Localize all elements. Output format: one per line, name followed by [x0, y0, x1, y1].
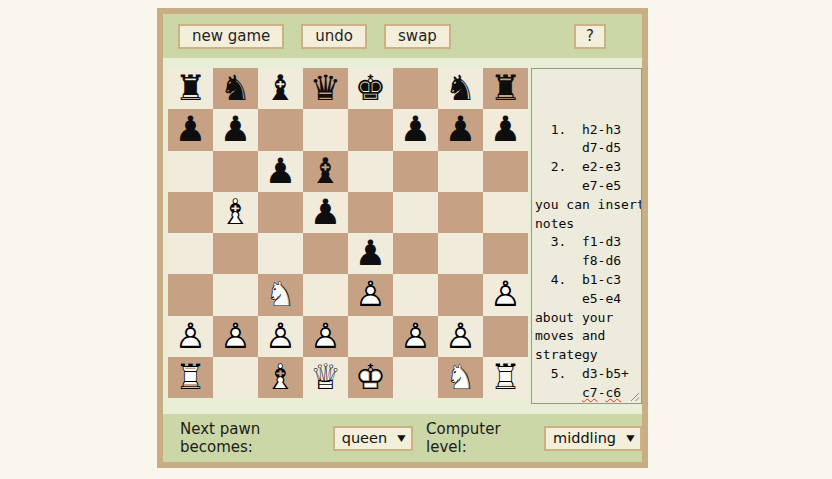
- toolbar: new game undo swap ?: [163, 14, 642, 58]
- square-d1[interactable]: ♛♕: [303, 357, 348, 398]
- chevron-down-icon: ▼: [626, 433, 634, 443]
- white-pawn-icon: ♟♙: [348, 274, 393, 315]
- square-c8[interactable]: ♝: [258, 68, 303, 109]
- black-knight-icon: ♞: [438, 68, 483, 109]
- square-h7[interactable]: ♟: [483, 109, 528, 150]
- black-pawn-icon: ♟: [483, 109, 528, 150]
- white-pawn-icon: ♟♙: [168, 316, 213, 357]
- level-select-value: middling: [553, 430, 616, 446]
- white-knight-icon: ♞♘: [438, 357, 483, 398]
- square-a2[interactable]: ♟♙: [168, 316, 213, 357]
- square-d2[interactable]: ♟♙: [303, 316, 348, 357]
- black-pawn-icon: ♟: [348, 233, 393, 274]
- square-e2[interactable]: [348, 316, 393, 357]
- white-rook-icon: ♜♖: [168, 357, 213, 398]
- help-button[interactable]: ?: [574, 24, 606, 49]
- square-a6[interactable]: [168, 151, 213, 192]
- square-h4[interactable]: [483, 233, 528, 274]
- square-c1[interactable]: ♝♗: [258, 357, 303, 398]
- square-c7[interactable]: [258, 109, 303, 150]
- square-a5[interactable]: [168, 192, 213, 233]
- white-bishop-icon: ♝♗: [213, 192, 258, 233]
- black-pawn-icon: ♟: [303, 192, 348, 233]
- square-b8[interactable]: ♞: [213, 68, 258, 109]
- move-line: 2. e2-e3: [535, 158, 639, 177]
- square-c2[interactable]: ♟♙: [258, 316, 303, 357]
- new-game-button[interactable]: new game: [178, 24, 284, 49]
- square-e1[interactable]: ♚♔: [348, 357, 393, 398]
- black-knight-icon: ♞: [213, 68, 258, 109]
- move-line: 4. b1-c3: [535, 271, 639, 290]
- black-bishop-icon: ♝: [303, 151, 348, 192]
- square-a8[interactable]: ♜: [168, 68, 213, 109]
- square-f6[interactable]: [393, 151, 438, 192]
- move-line: strategy: [535, 346, 639, 365]
- swap-button[interactable]: swap: [384, 24, 451, 49]
- square-g5[interactable]: [438, 192, 483, 233]
- black-pawn-icon: ♟: [258, 151, 303, 192]
- square-e8[interactable]: ♚: [348, 68, 393, 109]
- resize-handle-icon[interactable]: [630, 392, 640, 402]
- square-b5[interactable]: ♝♗: [213, 192, 258, 233]
- square-e4[interactable]: ♟: [348, 233, 393, 274]
- chess-app-frame: new game undo swap ? ♜♞♝♛♚♞♜♟♟♟♟♟♟♝♝♗♟♟♞…: [157, 8, 648, 468]
- square-g2[interactable]: ♟♙: [438, 316, 483, 357]
- chevron-down-icon: ▼: [397, 433, 405, 443]
- square-f5[interactable]: [393, 192, 438, 233]
- white-pawn-icon: ♟♙: [438, 316, 483, 357]
- square-a7[interactable]: ♟: [168, 109, 213, 150]
- move-line: about your: [535, 309, 639, 328]
- level-select[interactable]: middling ▼: [544, 426, 642, 451]
- promotion-label: Next pawn becomes:: [180, 420, 325, 456]
- move-line: 3. f1-d3: [535, 233, 639, 252]
- white-rook-icon: ♜♖: [483, 357, 528, 398]
- square-e6[interactable]: [348, 151, 393, 192]
- move-line: The plus above: [535, 403, 639, 404]
- square-b2[interactable]: ♟♙: [213, 316, 258, 357]
- move-line: 1. h2-h3: [535, 121, 639, 140]
- move-line: d7-d5: [535, 139, 639, 158]
- square-b4[interactable]: [213, 233, 258, 274]
- black-pawn-icon: ♟: [213, 109, 258, 150]
- footer-bar: Next pawn becomes: queen ▼ Computer leve…: [163, 414, 642, 462]
- square-f8[interactable]: [393, 68, 438, 109]
- square-d3[interactable]: [303, 274, 348, 315]
- square-g1[interactable]: ♞♘: [438, 357, 483, 398]
- square-e7[interactable]: [348, 109, 393, 150]
- square-d6[interactable]: ♝: [303, 151, 348, 192]
- square-g8[interactable]: ♞: [438, 68, 483, 109]
- misspelled-word: c6: [605, 385, 621, 400]
- square-b6[interactable]: [213, 151, 258, 192]
- level-label: Computer level:: [426, 420, 536, 456]
- board-section: ♜♞♝♛♚♞♜♟♟♟♟♟♟♝♝♗♟♟♞♘♟♙♟♙♟♙♟♙♟♙♟♙♟♙♟♙♜♖♝♗…: [163, 58, 642, 414]
- square-d7[interactable]: [303, 109, 348, 150]
- square-f3[interactable]: [393, 274, 438, 315]
- square-h8[interactable]: ♜: [483, 68, 528, 109]
- white-pawn-icon: ♟♙: [483, 274, 528, 315]
- moves-text: 1. h2-h3 d7-d5 2. e2-e3 e7-e5you can ins…: [535, 121, 639, 404]
- move-line: e5-e4: [535, 290, 639, 309]
- white-king-icon: ♚♔: [348, 357, 393, 398]
- white-pawn-icon: ♟♙: [303, 316, 348, 357]
- square-f2[interactable]: ♟♙: [393, 316, 438, 357]
- black-king-icon: ♚: [348, 68, 393, 109]
- square-f4[interactable]: [393, 233, 438, 274]
- black-rook-icon: ♜: [483, 68, 528, 109]
- square-h1[interactable]: ♜♖: [483, 357, 528, 398]
- move-line: e7-e5: [535, 177, 639, 196]
- square-e3[interactable]: ♟♙: [348, 274, 393, 315]
- square-b1[interactable]: [213, 357, 258, 398]
- move-line: notes: [535, 215, 639, 234]
- misspelled-word: c7: [582, 385, 598, 400]
- square-c3[interactable]: ♞♘: [258, 274, 303, 315]
- square-a1[interactable]: ♜♖: [168, 357, 213, 398]
- black-pawn-icon: ♟: [438, 109, 483, 150]
- promotion-select[interactable]: queen ▼: [333, 426, 413, 451]
- black-rook-icon: ♜: [168, 68, 213, 109]
- square-c4[interactable]: [258, 233, 303, 274]
- square-d5[interactable]: ♟: [303, 192, 348, 233]
- square-h2[interactable]: [483, 316, 528, 357]
- square-g3[interactable]: [438, 274, 483, 315]
- moves-notes-textarea[interactable]: 1. h2-h3 d7-d5 2. e2-e3 e7-e5you can ins…: [531, 68, 642, 404]
- undo-button[interactable]: undo: [301, 24, 367, 49]
- white-pawn-icon: ♟♙: [213, 316, 258, 357]
- chess-board: ♜♞♝♛♚♞♜♟♟♟♟♟♟♝♝♗♟♟♞♘♟♙♟♙♟♙♟♙♟♙♟♙♟♙♟♙♜♖♝♗…: [168, 68, 528, 398]
- square-b7[interactable]: ♟: [213, 109, 258, 150]
- white-pawn-icon: ♟♙: [258, 316, 303, 357]
- square-d4[interactable]: [303, 233, 348, 274]
- white-pawn-icon: ♟♙: [393, 316, 438, 357]
- promotion-select-value: queen: [342, 430, 387, 446]
- black-queen-icon: ♛: [303, 68, 348, 109]
- square-c6[interactable]: ♟: [258, 151, 303, 192]
- move-line: c7-c6: [535, 384, 639, 403]
- square-d8[interactable]: ♛: [303, 68, 348, 109]
- move-line: f8-d6: [535, 252, 639, 271]
- square-h3[interactable]: ♟♙: [483, 274, 528, 315]
- square-g6[interactable]: [438, 151, 483, 192]
- white-bishop-icon: ♝♗: [258, 357, 303, 398]
- page: new game undo swap ? ♜♞♝♛♚♞♜♟♟♟♟♟♟♝♝♗♟♟♞…: [0, 0, 832, 479]
- square-b3[interactable]: [213, 274, 258, 315]
- move-line: you can insert: [535, 196, 639, 215]
- black-bishop-icon: ♝: [258, 68, 303, 109]
- move-line: 5. d3-b5+: [535, 365, 639, 384]
- move-line: moves and: [535, 327, 639, 346]
- square-g4[interactable]: [438, 233, 483, 274]
- square-e5[interactable]: [348, 192, 393, 233]
- square-h6[interactable]: [483, 151, 528, 192]
- square-c5[interactable]: [258, 192, 303, 233]
- square-h5[interactable]: [483, 192, 528, 233]
- square-g7[interactable]: ♟: [438, 109, 483, 150]
- square-f7[interactable]: ♟: [393, 109, 438, 150]
- white-knight-icon: ♞♘: [258, 274, 303, 315]
- black-pawn-icon: ♟: [168, 109, 213, 150]
- square-a4[interactable]: [168, 233, 213, 274]
- square-f1[interactable]: [393, 357, 438, 398]
- white-queen-icon: ♛♕: [303, 357, 348, 398]
- square-a3[interactable]: [168, 274, 213, 315]
- black-pawn-icon: ♟: [393, 109, 438, 150]
